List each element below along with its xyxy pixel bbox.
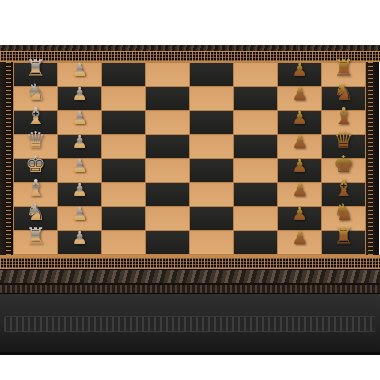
black-pawn[interactable]: ♟: [278, 227, 321, 249]
white-king[interactable]: ♚: [14, 152, 57, 176]
white-pawn[interactable]: ♟: [58, 155, 101, 177]
black-pawn[interactable]: ♟: [278, 203, 321, 225]
square-c6[interactable]: [234, 111, 277, 134]
square-d6[interactable]: [234, 135, 277, 158]
black-king[interactable]: ♚: [322, 152, 365, 176]
black-pawn[interactable]: ♟: [278, 59, 321, 81]
square-a3[interactable]: [102, 63, 145, 86]
square-g5[interactable]: [190, 207, 233, 230]
square-b4[interactable]: [146, 87, 189, 110]
white-pawn[interactable]: ♟: [58, 179, 101, 201]
square-h3[interactable]: [102, 231, 145, 254]
white-knight[interactable]: ♞: [14, 80, 57, 104]
leather-border-right: [366, 62, 379, 255]
leather-box-side: [0, 294, 380, 355]
white-pawn[interactable]: ♟: [58, 83, 101, 105]
square-b3[interactable]: [102, 87, 145, 110]
square-a6[interactable]: [234, 63, 277, 86]
black-rook[interactable]: ♜: [322, 224, 365, 248]
square-b6[interactable]: [234, 87, 277, 110]
square-a4[interactable]: [146, 63, 189, 86]
square-g3[interactable]: [102, 207, 145, 230]
square-d3[interactable]: [102, 135, 145, 158]
white-rook[interactable]: ♜: [14, 224, 57, 248]
square-f5[interactable]: [190, 183, 233, 206]
square-c4[interactable]: [146, 111, 189, 134]
square-h8[interactable]: ♜: [322, 231, 365, 254]
square-d4[interactable]: [146, 135, 189, 158]
black-pawn[interactable]: ♟: [278, 83, 321, 105]
chess-board: ♜♟♟♜♞♟♟♞♝♟♟♝♛♟♟♛♚♟♟♚♝♟♟♝♞♟♟♞♜♟♟♜: [13, 62, 366, 255]
gold-arabesque-trim-left: [6, 62, 11, 255]
square-f3[interactable]: [102, 183, 145, 206]
gold-arabesque-trim-front: [0, 257, 380, 269]
square-e4[interactable]: [146, 159, 189, 182]
black-rook[interactable]: ♜: [322, 56, 365, 80]
black-knight[interactable]: ♞: [322, 200, 365, 224]
square-h2[interactable]: ♟: [58, 231, 101, 254]
white-pawn[interactable]: ♟: [58, 131, 101, 153]
white-pawn[interactable]: ♟: [58, 107, 101, 129]
white-queen[interactable]: ♛: [14, 128, 57, 152]
square-h1[interactable]: ♜: [14, 231, 57, 254]
square-g4[interactable]: [146, 207, 189, 230]
black-bishop[interactable]: ♝: [322, 176, 365, 200]
leather-border-left: [0, 62, 13, 255]
square-h4[interactable]: [146, 231, 189, 254]
square-c5[interactable]: [190, 111, 233, 134]
leather-stitched-edge: [0, 285, 380, 294]
square-a5[interactable]: [190, 63, 233, 86]
black-knight[interactable]: ♞: [322, 80, 365, 104]
black-pawn[interactable]: ♟: [278, 107, 321, 129]
embossed-scroll-band: [4, 316, 376, 332]
black-bishop[interactable]: ♝: [322, 104, 365, 128]
square-b5[interactable]: [190, 87, 233, 110]
black-queen[interactable]: ♛: [322, 128, 365, 152]
square-h5[interactable]: [190, 231, 233, 254]
square-e3[interactable]: [102, 159, 145, 182]
square-f4[interactable]: [146, 183, 189, 206]
square-h6[interactable]: [234, 231, 277, 254]
white-pawn[interactable]: ♟: [58, 227, 101, 249]
gold-arabesque-trim-right: [368, 62, 373, 255]
white-rook[interactable]: ♜: [14, 56, 57, 80]
leather-chess-box: ♜♟♟♜♞♟♟♞♝♟♟♝♛♟♟♛♚♟♟♚♝♟♟♝♞♟♟♞♜♟♟♜: [0, 45, 380, 355]
white-bishop[interactable]: ♝: [14, 104, 57, 128]
white-knight[interactable]: ♞: [14, 200, 57, 224]
black-pawn[interactable]: ♟: [278, 179, 321, 201]
black-pawn[interactable]: ♟: [278, 131, 321, 153]
square-e6[interactable]: [234, 159, 277, 182]
white-pawn[interactable]: ♟: [58, 59, 101, 81]
white-bishop[interactable]: ♝: [14, 176, 57, 200]
black-pawn[interactable]: ♟: [278, 155, 321, 177]
square-d5[interactable]: [190, 135, 233, 158]
square-h7[interactable]: ♟: [278, 231, 321, 254]
square-g6[interactable]: [234, 207, 277, 230]
chess-set-product-photo: ♜♟♟♜♞♟♟♞♝♟♟♝♛♟♟♛♚♟♟♚♝♟♟♝♞♟♟♞♜♟♟♜: [0, 0, 380, 380]
carved-rope-molding-front: [0, 269, 380, 285]
square-e5[interactable]: [190, 159, 233, 182]
square-c3[interactable]: [102, 111, 145, 134]
square-f6[interactable]: [234, 183, 277, 206]
white-pawn[interactable]: ♟: [58, 203, 101, 225]
